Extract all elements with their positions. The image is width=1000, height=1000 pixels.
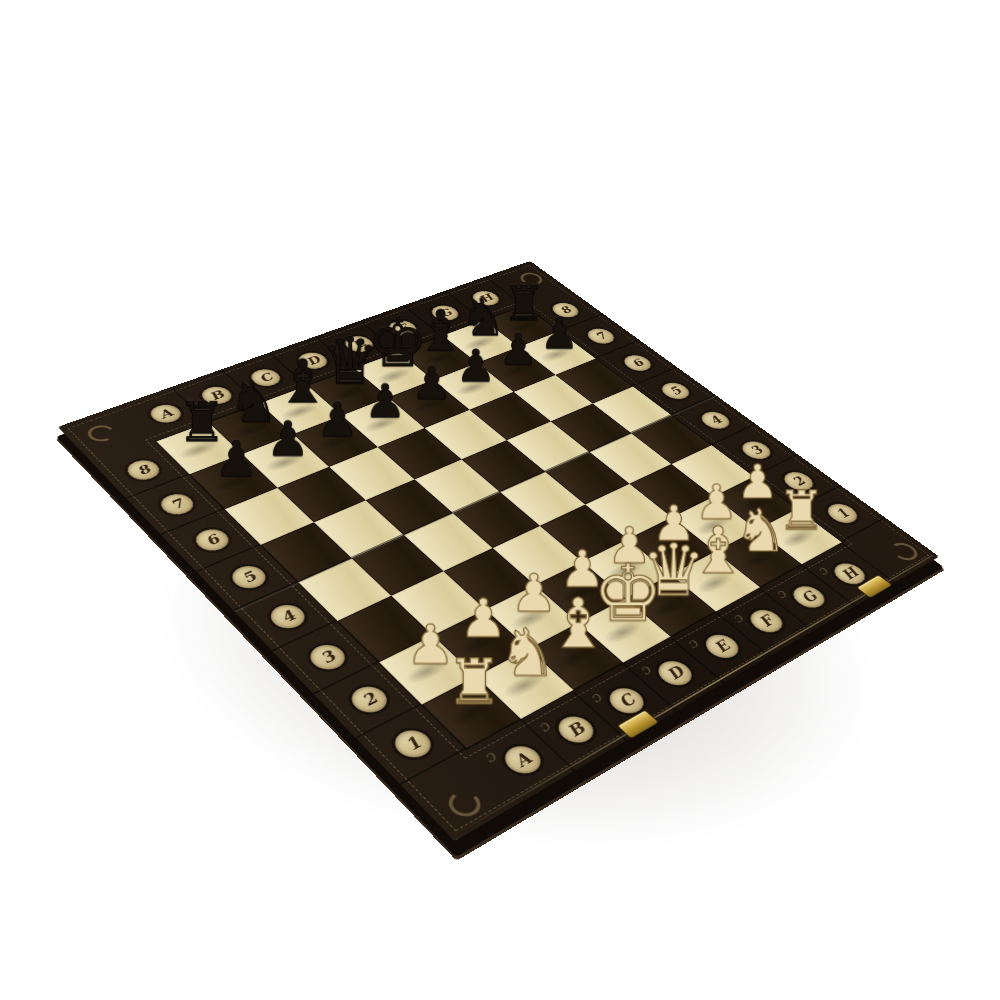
corner-scroll-west [86, 424, 117, 442]
rank-label-ne-6: 6 [618, 352, 658, 375]
corner-scroll-east [889, 542, 919, 561]
frame-scroll-carving: ɔ [634, 662, 656, 679]
frame-scroll-carving: ɔ [584, 689, 606, 706]
piece-white-rook-a1[interactable]: ♜ [438, 652, 510, 715]
rank-label-sw-2: 2 [343, 681, 395, 719]
frame-scroll-carving: ɔ [681, 635, 702, 651]
file-label-se-h: H [827, 558, 872, 589]
square-a5[interactable] [261, 522, 352, 582]
square-d4[interactable] [453, 492, 540, 548]
rank-label-sw-3: 3 [302, 639, 353, 675]
frame-scroll-carving: ɔ [770, 587, 791, 602]
rank-label-sw-6: 6 [188, 525, 236, 556]
piece-black-pawn-a7[interactable]: ♟ [204, 434, 267, 483]
photo-stage: AA88BB77CC66DD55EE44FF33GG22HH11ɔɔɔɔɔɔɔɔ… [0, 0, 1000, 1000]
square-a4[interactable] [298, 558, 391, 621]
rank-label-ne-5: 5 [655, 379, 696, 403]
file-label-se-d: D [651, 655, 701, 691]
rank-label-ne-4: 4 [695, 408, 736, 433]
rank-label-sw-1: 1 [387, 724, 440, 764]
square-b6[interactable] [277, 467, 365, 522]
file-label-se-g: G [786, 581, 832, 613]
file-label-se-f: F [743, 605, 790, 638]
file-label-se-b: B [550, 710, 602, 749]
square-b4[interactable] [352, 535, 443, 596]
frame-scroll-carving: ɔ [727, 610, 748, 625]
square-c5[interactable] [365, 479, 453, 535]
frame-scroll-carving: ɔ [478, 747, 501, 766]
frame-scroll-carving: ɔ [532, 717, 554, 735]
rank-label-sw-7: 7 [154, 489, 201, 519]
rank-label-sw-8: 8 [120, 456, 166, 484]
square-a6[interactable] [224, 487, 314, 544]
rank-label-sw-4: 4 [263, 599, 313, 633]
frame-scroll-carving: ɔ [812, 564, 832, 578]
file-label-se-e: E [698, 630, 747, 664]
square-c4[interactable] [403, 513, 492, 571]
rank-label-ne-7: 7 [581, 325, 620, 347]
corner-scroll-south [449, 790, 481, 817]
square-b5[interactable] [314, 500, 403, 558]
rank-label-sw-5: 5 [225, 561, 274, 594]
file-label-se-a: A [496, 740, 549, 780]
